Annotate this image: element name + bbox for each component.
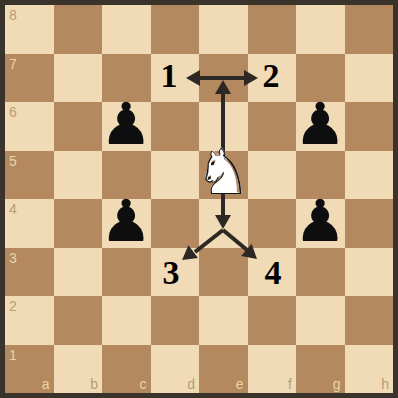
square-b1[interactable]: b (54, 345, 103, 394)
black-pawn-icon: ♟ (100, 95, 152, 153)
square-c1[interactable]: c (102, 345, 151, 394)
square-b8[interactable] (54, 5, 103, 54)
rank-label-1: 1 (9, 348, 17, 362)
rank-label-7: 7 (9, 57, 17, 71)
square-h4[interactable] (345, 199, 394, 248)
square-a4[interactable]: 4 (5, 199, 54, 248)
piece-black-pawn-g6[interactable]: ♟ (296, 102, 345, 151)
square-e7[interactable] (199, 54, 248, 103)
square-b2[interactable] (54, 296, 103, 345)
square-a8[interactable]: 8 (5, 5, 54, 54)
move-label-2: 2 (263, 59, 280, 93)
chessboard-frame: 87654321abcdefgh ♞♘♟♟♟♟1234 (0, 0, 398, 398)
square-b3[interactable] (54, 248, 103, 297)
square-g2[interactable] (296, 296, 345, 345)
square-b7[interactable] (54, 54, 103, 103)
file-label-f: f (288, 377, 292, 391)
square-e3[interactable] (199, 248, 248, 297)
move-label-3: 3 (163, 256, 180, 290)
square-g8[interactable] (296, 5, 345, 54)
piece-black-pawn-c6[interactable]: ♟ (102, 102, 151, 151)
square-g1[interactable]: g (296, 345, 345, 394)
square-a1[interactable]: 1a (5, 345, 54, 394)
square-d1[interactable]: d (151, 345, 200, 394)
piece-white-knight-e5[interactable]: ♞♘ (199, 151, 248, 200)
square-f4[interactable] (248, 199, 297, 248)
square-h8[interactable] (345, 5, 394, 54)
square-d8[interactable] (151, 5, 200, 54)
square-d2[interactable] (151, 296, 200, 345)
piece-black-pawn-g4[interactable]: ♟ (296, 199, 345, 248)
square-d6[interactable] (151, 102, 200, 151)
square-f8[interactable] (248, 5, 297, 54)
square-f1[interactable]: f (248, 345, 297, 394)
rank-label-8: 8 (9, 8, 17, 22)
rank-label-6: 6 (9, 105, 17, 119)
piece-black-pawn-c4[interactable]: ♟ (102, 199, 151, 248)
square-a6[interactable]: 6 (5, 102, 54, 151)
file-label-e: e (236, 377, 244, 391)
square-e2[interactable] (199, 296, 248, 345)
file-label-c: c (140, 377, 147, 391)
square-h3[interactable] (345, 248, 394, 297)
square-a5[interactable]: 5 (5, 151, 54, 200)
rank-label-3: 3 (9, 251, 17, 265)
square-c8[interactable] (102, 5, 151, 54)
rank-label-5: 5 (9, 154, 17, 168)
square-h6[interactable] (345, 102, 394, 151)
file-label-g: g (333, 377, 341, 391)
move-label-1: 1 (161, 59, 178, 93)
square-a3[interactable]: 3 (5, 248, 54, 297)
square-a7[interactable]: 7 (5, 54, 54, 103)
file-label-b: b (90, 377, 98, 391)
square-d4[interactable] (151, 199, 200, 248)
square-h2[interactable] (345, 296, 394, 345)
black-pawn-icon: ♟ (294, 192, 346, 250)
square-f2[interactable] (248, 296, 297, 345)
file-label-a: a (42, 377, 50, 391)
square-f5[interactable] (248, 151, 297, 200)
square-h1[interactable]: h (345, 345, 394, 394)
square-f6[interactable] (248, 102, 297, 151)
square-b4[interactable] (54, 199, 103, 248)
square-a2[interactable]: 2 (5, 296, 54, 345)
square-h7[interactable] (345, 54, 394, 103)
square-h5[interactable] (345, 151, 394, 200)
black-pawn-icon: ♟ (294, 95, 346, 153)
file-label-d: d (187, 377, 195, 391)
square-b6[interactable] (54, 102, 103, 151)
rank-label-2: 2 (9, 299, 17, 313)
file-label-h: h (381, 377, 389, 391)
square-b5[interactable] (54, 151, 103, 200)
chessboard: 87654321abcdefgh ♞♘♟♟♟♟1234 (5, 5, 393, 393)
square-e1[interactable]: e (199, 345, 248, 394)
white-knight-outline-icon: ♘ (195, 140, 252, 204)
square-d5[interactable] (151, 151, 200, 200)
move-label-4: 4 (265, 256, 282, 290)
black-pawn-icon: ♟ (100, 192, 152, 250)
rank-label-4: 4 (9, 202, 17, 216)
square-e8[interactable] (199, 5, 248, 54)
square-c2[interactable] (102, 296, 151, 345)
